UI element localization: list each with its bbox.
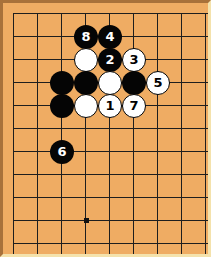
black-stone-move-4: 4 [98, 25, 122, 49]
stone-move-number: 7 [129, 99, 138, 112]
white-stone-move-1: 1 [98, 94, 122, 118]
stone-move-number: 6 [57, 145, 66, 158]
white-stone-move-5: 5 [146, 71, 170, 95]
stone-move-number: 3 [129, 53, 138, 66]
white-stone [74, 48, 98, 72]
white-stone [98, 71, 122, 95]
black-stone [122, 71, 146, 95]
black-stone-move-6: 6 [50, 140, 74, 164]
stone-move-number: 4 [105, 30, 114, 43]
black-stone [50, 71, 74, 95]
stone-move-number: 5 [153, 76, 162, 89]
stone-move-number: 2 [105, 53, 114, 66]
white-stone [74, 94, 98, 118]
white-stone-move-7: 7 [122, 94, 146, 118]
stone-move-number: 8 [81, 30, 90, 43]
black-stone-move-2: 2 [98, 48, 122, 72]
star-point [84, 218, 89, 223]
black-stone-move-8: 8 [74, 25, 98, 49]
black-stone [74, 71, 98, 95]
white-stone-move-3: 3 [122, 48, 146, 72]
go-board: 84235176 [0, 0, 211, 257]
black-stone [50, 94, 74, 118]
stone-grid: 84235176 [2, 2, 211, 255]
stone-move-number: 1 [105, 99, 114, 112]
